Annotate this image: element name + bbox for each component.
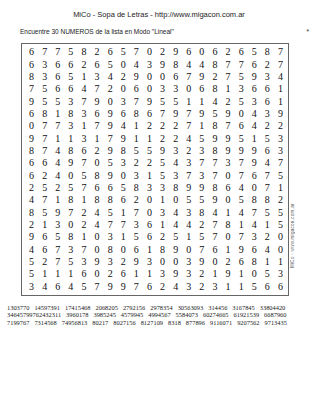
grid-cell-r17c9: 6 bbox=[130, 244, 143, 256]
grid-cell-r4c14: 6 bbox=[195, 83, 208, 95]
grid-cell-r13c9: 2 bbox=[130, 194, 143, 206]
grid-cell-r5c20: 1 bbox=[274, 95, 287, 107]
grid-cell-r6c14: 9 bbox=[195, 108, 208, 120]
grid-cell-r7c18: 4 bbox=[248, 120, 261, 132]
grid-cell-r6c10: 6 bbox=[143, 108, 156, 120]
list-number: 314456 bbox=[208, 304, 227, 311]
grid-cell-r12c13: 9 bbox=[182, 182, 195, 194]
grid-cell-r8c20: 3 bbox=[274, 132, 287, 144]
grid-cell-r18c2: 2 bbox=[38, 256, 51, 268]
grid-cell-r19c17: 1 bbox=[235, 268, 248, 280]
grid-cell-r8c12: 2 bbox=[169, 132, 182, 144]
grid-cell-r4c19: 6 bbox=[261, 83, 274, 95]
grid-cell-r20c1: 3 bbox=[25, 281, 38, 293]
grid-cell-r7c5: 1 bbox=[77, 120, 90, 132]
grid-cell-r15c15: 7 bbox=[208, 219, 221, 231]
grid-cell-r11c18: 6 bbox=[248, 170, 261, 182]
list-number: 877896 bbox=[186, 319, 205, 326]
grid-cell-r15c11: 1 bbox=[156, 219, 169, 231]
grid-cell-r18c6: 9 bbox=[91, 256, 104, 268]
grid-cell-r9c9: 5 bbox=[130, 145, 143, 157]
grid-cell-r18c13: 3 bbox=[182, 256, 195, 268]
grid-cell-r17c11: 8 bbox=[156, 244, 169, 256]
grid-cell-r3c1: 8 bbox=[25, 71, 38, 83]
grid-cell-r8c16: 9 bbox=[222, 132, 235, 144]
grid-cell-r19c18: 0 bbox=[248, 268, 261, 280]
list-number: 9207562 bbox=[237, 319, 259, 326]
grid-cell-r10c4: 9 bbox=[64, 157, 77, 169]
grid-cell-r18c3: 7 bbox=[51, 256, 64, 268]
grid-cell-r14c2: 5 bbox=[38, 207, 51, 219]
grid-cell-r5c8: 3 bbox=[117, 95, 130, 107]
grid-cell-r5c16: 2 bbox=[222, 95, 235, 107]
grid-cell-r2c17: 7 bbox=[235, 58, 248, 70]
grid-cell-r2c8: 0 bbox=[117, 58, 130, 70]
grid-cell-r18c11: 0 bbox=[156, 256, 169, 268]
grid-cell-r9c7: 9 bbox=[104, 145, 117, 157]
grid-cell-r1c12: 9 bbox=[169, 46, 182, 58]
grid-cell-r8c4: 1 bbox=[64, 132, 77, 144]
list-number: 7314568 bbox=[34, 319, 56, 326]
grid-cell-r13c4: 8 bbox=[64, 194, 77, 206]
grid-cell-r3c3: 6 bbox=[51, 71, 64, 83]
grid-cell-r13c5: 1 bbox=[77, 194, 90, 206]
number-list-line-1: 1303770145973911741546820682052792156297… bbox=[7, 304, 313, 311]
grid-cell-r5c2: 5 bbox=[38, 95, 51, 107]
instructions-text: Encuentre 30 NUMEROS de la lista en Modo… bbox=[20, 28, 174, 35]
grid-cell-r5c6: 9 bbox=[91, 95, 104, 107]
grid-cell-r6c15: 5 bbox=[208, 108, 221, 120]
grid-cell-r14c19: 5 bbox=[261, 207, 274, 219]
grid-cell-r6c13: 7 bbox=[182, 108, 195, 120]
grid-cell-r3c11: 0 bbox=[156, 71, 169, 83]
grid-cell-r6c7: 9 bbox=[104, 108, 117, 120]
grid-cell-r11c8: 0 bbox=[117, 170, 130, 182]
grid-cell-r15c20: 5 bbox=[274, 219, 287, 231]
grid-cell-r6c19: 3 bbox=[261, 108, 274, 120]
grid-cell-r8c9: 1 bbox=[130, 132, 143, 144]
grid-cell-r20c6: 7 bbox=[91, 281, 104, 293]
grid-cell-r13c14: 5 bbox=[195, 194, 208, 206]
grid-cell-r12c10: 3 bbox=[143, 182, 156, 194]
grid-cell-r2c7: 5 bbox=[104, 58, 117, 70]
grid-cell-r7c20: 2 bbox=[274, 120, 287, 132]
grid-cell-r5c4: 3 bbox=[64, 95, 77, 107]
grid-cell-r1c14: 0 bbox=[195, 46, 208, 58]
grid-cell-r13c13: 5 bbox=[182, 194, 195, 206]
grid-cell-r14c5: 2 bbox=[77, 207, 90, 219]
grid-cell-r3c8: 2 bbox=[117, 71, 130, 83]
grid-cell-r11c14: 3 bbox=[195, 170, 208, 182]
grid-cell-r18c16: 2 bbox=[222, 256, 235, 268]
grid-cell-r3c14: 9 bbox=[195, 71, 208, 83]
list-number: 7199767 bbox=[7, 319, 29, 326]
grid-cell-r16c1: 9 bbox=[25, 231, 38, 243]
grid-cell-r19c11: 3 bbox=[156, 268, 169, 280]
grid-cell-r10c18: 9 bbox=[248, 157, 261, 169]
grid-cell-r17c17: 9 bbox=[235, 244, 248, 256]
grid-cell-r6c4: 8 bbox=[64, 108, 77, 120]
grid-cell-r13c15: 9 bbox=[208, 194, 221, 206]
grid-cell-r16c15: 7 bbox=[208, 231, 221, 243]
grid-cell-r4c2: 5 bbox=[38, 83, 51, 95]
grid-cell-r6c20: 9 bbox=[274, 108, 287, 120]
grid-cell-r7c9: 1 bbox=[130, 120, 143, 132]
grid-cell-r7c2: 7 bbox=[38, 120, 51, 132]
grid-cell-r2c16: 7 bbox=[222, 58, 235, 70]
grid-cell-r16c6: 0 bbox=[91, 231, 104, 243]
grid-cell-r10c5: 7 bbox=[77, 157, 90, 169]
grid-cell-r7c8: 4 bbox=[117, 120, 130, 132]
grid-cell-r4c8: 0 bbox=[117, 83, 130, 95]
grid-cell-r2c6: 6 bbox=[91, 58, 104, 70]
grid-cell-r8c18: 1 bbox=[248, 132, 261, 144]
list-number: 9116071 bbox=[210, 319, 232, 326]
grid-cell-r6c18: 4 bbox=[248, 108, 261, 120]
grid-cell-r20c4: 4 bbox=[64, 281, 77, 293]
grid-cell-r17c7: 8 bbox=[104, 244, 117, 256]
grid-cell-r7c6: 7 bbox=[91, 120, 104, 132]
grid-cell-r15c10: 6 bbox=[143, 219, 156, 231]
list-number: 5584073 bbox=[176, 311, 198, 318]
grid-cell-r9c14: 3 bbox=[195, 145, 208, 157]
grid-cell-r3c18: 9 bbox=[248, 71, 261, 83]
grid-cell-r1c9: 7 bbox=[130, 46, 143, 58]
grid-cell-r8c13: 4 bbox=[182, 132, 195, 144]
grid-cell-r11c1: 6 bbox=[25, 170, 38, 182]
grid-cell-r19c14: 2 bbox=[195, 268, 208, 280]
grid-cell-r19c2: 1 bbox=[38, 268, 51, 280]
grid-cell-r5c17: 5 bbox=[235, 95, 248, 107]
grid-cell-r17c1: 4 bbox=[25, 244, 38, 256]
grid-cell-r7c4: 3 bbox=[64, 120, 77, 132]
grid-cell-r18c20: 1 bbox=[274, 256, 287, 268]
grid-cell-r12c17: 4 bbox=[235, 182, 248, 194]
grid-cell-r7c16: 7 bbox=[222, 120, 235, 132]
grid-cell-r9c4: 8 bbox=[64, 145, 77, 157]
grid-cell-r1c11: 2 bbox=[156, 46, 169, 58]
grid-cell-r5c7: 0 bbox=[104, 95, 117, 107]
grid-cell-r12c1: 2 bbox=[25, 182, 38, 194]
grid-cell-r1c8: 5 bbox=[117, 46, 130, 58]
grid-cell-r9c15: 8 bbox=[208, 145, 221, 157]
grid-cell-r19c10: 1 bbox=[143, 268, 156, 280]
grid-cell-r5c15: 4 bbox=[208, 95, 221, 107]
grid-cell-r13c11: 1 bbox=[156, 194, 169, 206]
grid-cell-r20c2: 4 bbox=[38, 281, 51, 293]
grid-cell-r3c19: 3 bbox=[261, 71, 274, 83]
list-number: 60274665 bbox=[203, 311, 229, 318]
grid-cell-r15c13: 4 bbox=[182, 219, 195, 231]
grid-cell-r12c9: 8 bbox=[130, 182, 143, 194]
list-number: 4994567 bbox=[148, 311, 170, 318]
grid-cell-r15c9: 3 bbox=[130, 219, 143, 231]
grid-cell-r7c12: 2 bbox=[169, 120, 182, 132]
grid-cell-r9c5: 6 bbox=[77, 145, 90, 157]
grid-cell-r7c7: 9 bbox=[104, 120, 117, 132]
grid-cell-r2c18: 6 bbox=[248, 58, 261, 70]
grid-cell-r15c12: 4 bbox=[169, 219, 182, 231]
grid-cell-r14c7: 5 bbox=[104, 207, 117, 219]
grid-cell-r18c19: 1 bbox=[261, 256, 274, 268]
grid-cell-r16c9: 5 bbox=[130, 231, 143, 243]
grid-cell-r10c3: 4 bbox=[51, 157, 64, 169]
grid-cell-r1c3: 7 bbox=[51, 46, 64, 58]
grid-cell-r14c6: 4 bbox=[91, 207, 104, 219]
grid-cell-r17c3: 7 bbox=[51, 244, 64, 256]
grid-cell-r16c19: 2 bbox=[261, 231, 274, 243]
grid-cell-r5c19: 6 bbox=[261, 95, 274, 107]
grid-cell-r11c10: 1 bbox=[143, 170, 156, 182]
grid-cell-r5c10: 9 bbox=[143, 95, 156, 107]
grid-cell-r6c2: 8 bbox=[38, 108, 51, 120]
grid-cell-r13c20: 2 bbox=[274, 194, 287, 206]
grid-cell-r11c16: 0 bbox=[222, 170, 235, 182]
grid-cell-r2c13: 4 bbox=[182, 58, 195, 70]
grid-cell-r17c19: 4 bbox=[261, 244, 274, 256]
grid-cell-r5c11: 5 bbox=[156, 95, 169, 107]
grid-cell-r14c10: 0 bbox=[143, 207, 156, 219]
grid-cell-r1c20: 7 bbox=[274, 46, 287, 58]
grid-cell-r16c4: 8 bbox=[64, 231, 77, 243]
grid-cell-r15c19: 1 bbox=[261, 219, 274, 231]
grid-cell-r9c10: 5 bbox=[143, 145, 156, 157]
grid-cell-r16c17: 7 bbox=[235, 231, 248, 243]
grid-cell-r6c17: 0 bbox=[235, 108, 248, 120]
grid-cell-r2c1: 6 bbox=[25, 58, 38, 70]
grid-cell-r18c7: 3 bbox=[104, 256, 117, 268]
grid-cell-r16c10: 6 bbox=[143, 231, 156, 243]
grid-cell-r10c16: 3 bbox=[222, 157, 235, 169]
grid-cell-r12c11: 3 bbox=[156, 182, 169, 194]
grid-cell-r15c1: 2 bbox=[25, 219, 38, 231]
grid-cell-r5c18: 3 bbox=[248, 95, 261, 107]
list-number: 2978354 bbox=[150, 304, 172, 311]
grid-cell-r3c2: 3 bbox=[38, 71, 51, 83]
grid-cell-r13c16: 0 bbox=[222, 194, 235, 206]
grid-cell-r4c3: 6 bbox=[51, 83, 64, 95]
grid-cell-r5c1: 9 bbox=[25, 95, 38, 107]
list-number: 14597391 bbox=[34, 304, 60, 311]
grid-cell-r13c8: 6 bbox=[117, 194, 130, 206]
grid-cell-r3c5: 1 bbox=[77, 71, 90, 83]
grid-cell-r20c19: 6 bbox=[261, 281, 274, 293]
grid-cell-r14c8: 1 bbox=[117, 207, 130, 219]
grid-cell-r10c15: 7 bbox=[208, 157, 221, 169]
grid-cell-r9c18: 9 bbox=[248, 145, 261, 157]
grid-cell-r19c6: 0 bbox=[91, 268, 104, 280]
grid-cell-r16c3: 5 bbox=[51, 231, 64, 243]
grid-cell-r11c13: 7 bbox=[182, 170, 195, 182]
grid-cell-r4c15: 8 bbox=[208, 83, 221, 95]
grid-cell-r15c2: 1 bbox=[38, 219, 51, 231]
grid-cell-r8c19: 5 bbox=[261, 132, 274, 144]
grid-cell-r7c1: 0 bbox=[25, 120, 38, 132]
grid-cell-r3c15: 2 bbox=[208, 71, 221, 83]
grid-cell-r4c11: 3 bbox=[156, 83, 169, 95]
grid-cell-r19c19: 5 bbox=[261, 268, 274, 280]
grid-cell-r14c4: 7 bbox=[64, 207, 77, 219]
grid-cell-r18c14: 9 bbox=[195, 256, 208, 268]
grid-cell-r19c15: 1 bbox=[208, 268, 221, 280]
grid-cell-r3c20: 4 bbox=[274, 71, 287, 83]
grid-cell-r19c7: 2 bbox=[104, 268, 117, 280]
list-number: 61921539 bbox=[234, 311, 260, 318]
grid-cell-r20c7: 9 bbox=[104, 281, 117, 293]
grid-cell-r9c6: 2 bbox=[91, 145, 104, 157]
grid-cell-r4c10: 0 bbox=[143, 83, 156, 95]
grid-cell-r15c18: 4 bbox=[248, 219, 261, 231]
grid-cell-r16c8: 1 bbox=[117, 231, 130, 243]
grid-cell-r20c8: 9 bbox=[117, 281, 130, 293]
grid-cell-r15c17: 1 bbox=[235, 219, 248, 231]
grid-cell-r14c17: 4 bbox=[235, 207, 248, 219]
list-number: 8027156 bbox=[113, 319, 135, 326]
grid-cell-r7c17: 6 bbox=[235, 120, 248, 132]
grid-cell-r6c9: 8 bbox=[130, 108, 143, 120]
puzzle-page: MiCo - Sopa de Letras - http://www.migac… bbox=[0, 0, 318, 412]
grid-cell-r19c8: 6 bbox=[117, 268, 130, 280]
grid-cell-r14c18: 7 bbox=[248, 207, 261, 219]
grid-cell-r20c15: 3 bbox=[208, 281, 221, 293]
grid-cell-r8c10: 1 bbox=[143, 132, 156, 144]
grid-cell-r4c13: 0 bbox=[182, 83, 195, 95]
grid-cell-r13c1: 4 bbox=[25, 194, 38, 206]
grid-cell-r7c3: 7 bbox=[51, 120, 64, 132]
list-number: 4579945 bbox=[121, 311, 143, 318]
grid-cell-r10c1: 6 bbox=[25, 157, 38, 169]
grid-cell-r2c11: 9 bbox=[156, 58, 169, 70]
grid-cell-r14c3: 9 bbox=[51, 207, 64, 219]
grid-cell-r14c13: 3 bbox=[182, 207, 195, 219]
grid-cell-r9c2: 7 bbox=[38, 145, 51, 157]
grid-cell-r18c9: 9 bbox=[130, 256, 143, 268]
grid-cell-r18c4: 5 bbox=[64, 256, 77, 268]
grid-cell-r20c12: 4 bbox=[169, 281, 182, 293]
grid-cell-r4c7: 2 bbox=[104, 83, 117, 95]
grid-cell-r8c2: 7 bbox=[38, 132, 51, 144]
grid-cell-r19c12: 9 bbox=[169, 268, 182, 280]
grid-cell-r20c17: 1 bbox=[235, 281, 248, 293]
grid-cell-r15c4: 0 bbox=[64, 219, 77, 231]
grid-cell-r9c11: 9 bbox=[156, 145, 169, 157]
grid-cell-r1c5: 8 bbox=[77, 46, 90, 58]
grid-cell-r1c19: 8 bbox=[261, 46, 274, 58]
puzzle-grid: 6775826570296062658763662650439844877627… bbox=[21, 43, 289, 296]
grid-cell-r1c16: 2 bbox=[222, 46, 235, 58]
grid-cell-r20c5: 5 bbox=[77, 281, 90, 293]
grid-cell-r10c8: 3 bbox=[117, 157, 130, 169]
grid-cell-r8c8: 9 bbox=[117, 132, 130, 144]
grid-cell-r4c12: 3 bbox=[169, 83, 182, 95]
grid-cell-r16c7: 3 bbox=[104, 231, 117, 243]
grid-cell-r20c10: 6 bbox=[143, 281, 156, 293]
grid-cell-r1c6: 2 bbox=[91, 46, 104, 58]
number-list-line-2: 3464579976243231139601783985245457994549… bbox=[7, 311, 313, 318]
grid-cell-r20c20: 6 bbox=[274, 281, 287, 293]
grid-cell-r19c13: 3 bbox=[182, 268, 195, 280]
grid-cell-r3c7: 4 bbox=[104, 71, 117, 83]
grid-cell-r9c12: 3 bbox=[169, 145, 182, 157]
grid-cell-r12c18: 0 bbox=[248, 182, 261, 194]
grid-cell-r8c3: 1 bbox=[51, 132, 64, 144]
grid-cell-r18c18: 8 bbox=[248, 256, 261, 268]
grid-cell-r19c3: 1 bbox=[51, 268, 64, 280]
grid-cell-r7c15: 8 bbox=[208, 120, 221, 132]
grid-cell-r19c1: 5 bbox=[25, 268, 38, 280]
grid-cell-r2c20: 7 bbox=[274, 58, 287, 70]
grid-cell-r5c13: 1 bbox=[182, 95, 195, 107]
number-list: 1303770145973911741546820682052792156297… bbox=[7, 304, 313, 326]
grid-cell-r16c14: 5 bbox=[195, 231, 208, 243]
grid-cell-r10c2: 6 bbox=[38, 157, 51, 169]
grid-cell-r3c12: 6 bbox=[169, 71, 182, 83]
grid-cell-r12c7: 6 bbox=[104, 182, 117, 194]
grid-cell-r14c14: 8 bbox=[195, 207, 208, 219]
grid-cell-r17c4: 3 bbox=[64, 244, 77, 256]
number-list-line-3: 7199767731456874956813802178027156812710… bbox=[7, 319, 313, 326]
grid-cell-r20c11: 2 bbox=[156, 281, 169, 293]
grid-cell-r11c19: 7 bbox=[261, 170, 274, 182]
grid-cell-r9c19: 6 bbox=[261, 145, 274, 157]
grid-cell-r9c17: 9 bbox=[235, 145, 248, 157]
grid-cell-r20c18: 5 bbox=[248, 281, 261, 293]
grid-cell-r14c11: 3 bbox=[156, 207, 169, 219]
grid-cell-r17c13: 0 bbox=[182, 244, 195, 256]
grid-cell-r11c9: 3 bbox=[130, 170, 143, 182]
list-number: 1303770 bbox=[7, 304, 29, 311]
grid-cell-r9c3: 4 bbox=[51, 145, 64, 157]
list-number: 8318 bbox=[168, 319, 181, 326]
grid-cell-r12c5: 7 bbox=[77, 182, 90, 194]
grid-cell-r4c16: 1 bbox=[222, 83, 235, 95]
grid-cell-r6c8: 6 bbox=[117, 108, 130, 120]
grid-cell-r2c4: 6 bbox=[64, 58, 77, 70]
grid-cell-r10c7: 5 bbox=[104, 157, 117, 169]
grid-cell-r10c14: 7 bbox=[195, 157, 208, 169]
grid-cell-r8c5: 3 bbox=[77, 132, 90, 144]
grid-cell-r19c4: 1 bbox=[64, 268, 77, 280]
grid-cell-r10c12: 4 bbox=[169, 157, 182, 169]
grid-cell-r3c17: 5 bbox=[235, 71, 248, 83]
grid-cell-r13c12: 0 bbox=[169, 194, 182, 206]
grid-cell-r2c15: 8 bbox=[208, 58, 221, 70]
grid-cell-r18c17: 6 bbox=[235, 256, 248, 268]
grid-cell-r8c6: 1 bbox=[91, 132, 104, 144]
list-number: 8127109 bbox=[141, 319, 163, 326]
grid-cell-r8c17: 5 bbox=[235, 132, 248, 144]
grid-cell-r13c10: 0 bbox=[143, 194, 156, 206]
grid-cell-r9c20: 3 bbox=[274, 145, 287, 157]
grid-cell-r17c15: 6 bbox=[208, 244, 221, 256]
grid-cell-r1c18: 5 bbox=[248, 46, 261, 58]
grid-cell-r12c19: 7 bbox=[261, 182, 274, 194]
grid-cell-r20c16: 1 bbox=[222, 281, 235, 293]
grid-cell-r17c6: 0 bbox=[91, 244, 104, 256]
grid-cell-r16c13: 1 bbox=[182, 231, 195, 243]
grid-cell-r2c9: 4 bbox=[130, 58, 143, 70]
grid-cell-r19c5: 6 bbox=[77, 268, 90, 280]
grid-cell-r6c1: 6 bbox=[25, 108, 38, 120]
grid-cell-r9c16: 9 bbox=[222, 145, 235, 157]
grid-cell-r18c8: 2 bbox=[117, 256, 130, 268]
grid-cell-r18c5: 3 bbox=[77, 256, 90, 268]
grid-cell-r3c9: 9 bbox=[130, 71, 143, 83]
grid-cell-r13c17: 5 bbox=[235, 194, 248, 206]
grid-cell-r12c4: 5 bbox=[64, 182, 77, 194]
grid-cell-r11c3: 4 bbox=[51, 170, 64, 182]
grid-cell-r7c11: 2 bbox=[156, 120, 169, 132]
